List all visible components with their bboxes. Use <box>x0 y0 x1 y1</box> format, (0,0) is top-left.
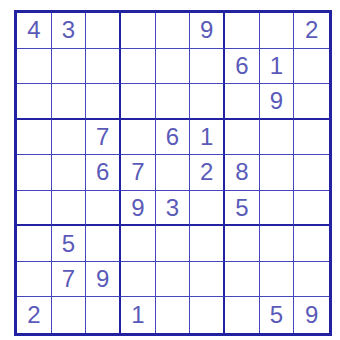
cell-r2c4[interactable] <box>121 49 156 85</box>
cell-r4c1[interactable] <box>17 120 52 156</box>
cell-r8c5[interactable] <box>156 262 191 298</box>
cell-r7c8[interactable] <box>260 226 295 262</box>
cell-r9c6[interactable] <box>190 297 225 333</box>
cell-r3c4[interactable] <box>121 84 156 120</box>
cell-r5c6: 2 <box>190 155 225 191</box>
cell-r7c1[interactable] <box>17 226 52 262</box>
cell-r7c5[interactable] <box>156 226 191 262</box>
cell-r4c4[interactable] <box>121 120 156 156</box>
cell-r9c1: 2 <box>17 297 52 333</box>
cell-r1c6: 9 <box>190 13 225 49</box>
cell-r9c9: 9 <box>294 297 329 333</box>
cell-r9c2[interactable] <box>52 297 87 333</box>
sudoku-board: 439261976167289355792159 <box>14 10 332 336</box>
cell-r5c7: 8 <box>225 155 260 191</box>
cell-r9c8: 5 <box>260 297 295 333</box>
cell-r1c2: 3 <box>52 13 87 49</box>
cell-r1c9: 2 <box>294 13 329 49</box>
cell-r2c1[interactable] <box>17 49 52 85</box>
cell-r3c8: 9 <box>260 84 295 120</box>
cell-r1c3[interactable] <box>86 13 121 49</box>
cell-r6c3[interactable] <box>86 191 121 227</box>
cell-r5c8[interactable] <box>260 155 295 191</box>
cell-r8c1[interactable] <box>17 262 52 298</box>
cell-r3c6[interactable] <box>190 84 225 120</box>
cell-r9c5[interactable] <box>156 297 191 333</box>
cell-r9c7[interactable] <box>225 297 260 333</box>
cell-r7c7[interactable] <box>225 226 260 262</box>
cell-r1c8[interactable] <box>260 13 295 49</box>
cell-r8c9[interactable] <box>294 262 329 298</box>
cell-r6c9[interactable] <box>294 191 329 227</box>
cell-r8c3: 9 <box>86 262 121 298</box>
cell-r7c6[interactable] <box>190 226 225 262</box>
cell-r8c6[interactable] <box>190 262 225 298</box>
cell-r6c1[interactable] <box>17 191 52 227</box>
cell-r9c4: 1 <box>121 297 156 333</box>
cell-r7c3[interactable] <box>86 226 121 262</box>
cell-r6c5: 3 <box>156 191 191 227</box>
cell-r1c1: 4 <box>17 13 52 49</box>
cell-r1c7[interactable] <box>225 13 260 49</box>
cell-r4c3: 7 <box>86 120 121 156</box>
cell-r2c9[interactable] <box>294 49 329 85</box>
cell-r5c1[interactable] <box>17 155 52 191</box>
cell-r1c5[interactable] <box>156 13 191 49</box>
cell-r7c2: 5 <box>52 226 87 262</box>
cell-r9c3[interactable] <box>86 297 121 333</box>
cell-r6c7: 5 <box>225 191 260 227</box>
cell-r8c4[interactable] <box>121 262 156 298</box>
cell-r4c8[interactable] <box>260 120 295 156</box>
cell-r3c3[interactable] <box>86 84 121 120</box>
cell-r1c4[interactable] <box>121 13 156 49</box>
cell-r2c5[interactable] <box>156 49 191 85</box>
cell-r3c1[interactable] <box>17 84 52 120</box>
cell-r8c7[interactable] <box>225 262 260 298</box>
cell-r4c9[interactable] <box>294 120 329 156</box>
cell-r5c2[interactable] <box>52 155 87 191</box>
cell-r6c6[interactable] <box>190 191 225 227</box>
cell-r2c7: 6 <box>225 49 260 85</box>
cell-r7c9[interactable] <box>294 226 329 262</box>
cell-r6c2[interactable] <box>52 191 87 227</box>
cell-r3c9[interactable] <box>294 84 329 120</box>
cell-r3c5[interactable] <box>156 84 191 120</box>
cell-r3c7[interactable] <box>225 84 260 120</box>
cell-r2c2[interactable] <box>52 49 87 85</box>
cell-r6c8[interactable] <box>260 191 295 227</box>
cell-r4c5: 6 <box>156 120 191 156</box>
cell-r2c8: 1 <box>260 49 295 85</box>
cell-r5c5[interactable] <box>156 155 191 191</box>
cell-r3c2[interactable] <box>52 84 87 120</box>
cell-r4c6: 1 <box>190 120 225 156</box>
cell-r5c3: 6 <box>86 155 121 191</box>
cell-r7c4[interactable] <box>121 226 156 262</box>
cell-r2c6[interactable] <box>190 49 225 85</box>
cell-r4c2[interactable] <box>52 120 87 156</box>
cell-r5c9[interactable] <box>294 155 329 191</box>
cell-r4c7[interactable] <box>225 120 260 156</box>
cell-r6c4: 9 <box>121 191 156 227</box>
cell-r2c3[interactable] <box>86 49 121 85</box>
cell-r5c4: 7 <box>121 155 156 191</box>
cell-r8c2: 7 <box>52 262 87 298</box>
cell-r8c8[interactable] <box>260 262 295 298</box>
